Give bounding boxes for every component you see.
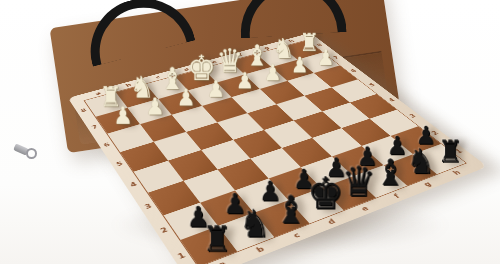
piece-white-pawn-d7: ♟	[207, 78, 225, 101]
piece-black-queen-e1: ♛	[341, 161, 375, 202]
piece-white-pawn-h7: ♟	[317, 47, 334, 68]
piece-black-rook-h1: ♜	[437, 136, 463, 167]
chess-board: abcdefgh8♜♞♝♚♛♝♞♜87♟♟♟♟♟♟♟♟7665544332♟♟♟…	[68, 33, 488, 264]
piece-white-pawn-a7: ♟	[113, 104, 133, 128]
piece-black-knight-g1: ♞	[406, 144, 435, 178]
rank-label-6-far: 6	[94, 134, 120, 157]
piece-black-knight-b1: ♞	[239, 204, 270, 242]
piece-white-pawn-f7: ♟	[264, 62, 282, 84]
piece-black-king-d1: ♚	[307, 171, 344, 215]
piece-white-pawn-e7: ♟	[236, 70, 254, 92]
product-photo-stage: abcdefgh8♜♞♝♚♛♝♞♜87♟♟♟♟♟♟♟♟7665544332♟♟♟…	[0, 0, 500, 264]
piece-white-pawn-g7: ♟	[291, 54, 309, 76]
piece-white-pawn-b7: ♟	[145, 95, 164, 118]
piece-black-rook-a1: ♜	[202, 221, 231, 256]
square-c5	[186, 122, 233, 150]
board-scene: abcdefgh8♜♞♝♚♛♝♞♜87♟♟♟♟♟♟♟♟7665544332♟♟♟…	[0, 0, 500, 264]
piece-black-bishop-f1: ♝	[375, 154, 405, 190]
piece-white-pawn-c7: ♟	[177, 86, 196, 109]
piece-black-bishop-c1: ♝	[275, 190, 307, 229]
